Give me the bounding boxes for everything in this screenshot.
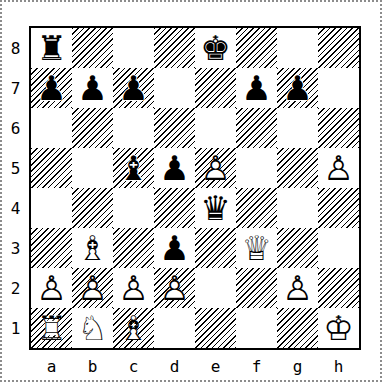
square-e2[interactable] [195,268,236,308]
square-c8[interactable] [113,28,154,68]
piece-outline: ♙ [277,268,318,308]
file-label-b: b [72,352,113,380]
piece-glyph: ♚ [195,28,236,68]
piece-white-bishop-b3: ♝♗ [72,228,113,268]
piece-outline: ♙ [72,268,113,308]
chess-diagram: 87654321 ♜♚♟♟♟♟♟♝♟♟♙♟♙♛♝♗♟♛♕♟♙♟♙♟♙♟♙♟♙♜♖… [0,0,382,382]
square-b3[interactable]: ♝♗ [72,228,113,268]
square-c6[interactable] [113,108,154,148]
file-label-e: e [195,352,236,380]
square-f8[interactable] [236,28,277,68]
piece-black-king-e8: ♚ [195,28,236,68]
piece-black-pawn-a7: ♟ [31,68,72,108]
square-e3[interactable] [195,228,236,268]
piece-outline: ♖ [31,308,72,348]
square-h5[interactable]: ♟♙ [318,148,359,188]
piece-white-pawn-h5: ♟♙ [318,148,359,188]
piece-glyph: ♟ [154,148,195,188]
piece-white-pawn-b2: ♟♙ [72,268,113,308]
square-b2[interactable]: ♟♙ [72,268,113,308]
square-e4[interactable]: ♛ [195,188,236,228]
square-d7[interactable] [154,68,195,108]
piece-white-queen-f3: ♛♕ [236,228,277,268]
square-b4[interactable] [72,188,113,228]
square-h3[interactable] [318,228,359,268]
square-h8[interactable] [318,28,359,68]
chess-board: ♜♚♟♟♟♟♟♝♟♟♙♟♙♛♝♗♟♛♕♟♙♟♙♟♙♟♙♟♙♜♖♞♘♝♗♚♔ [29,26,361,350]
piece-outline: ♙ [154,268,195,308]
file-label-c: c [113,352,154,380]
square-a7[interactable]: ♟ [31,68,72,108]
square-e5[interactable]: ♟♙ [195,148,236,188]
square-d4[interactable] [154,188,195,228]
piece-white-pawn-g2: ♟♙ [277,268,318,308]
file-label-a: a [31,352,72,380]
square-h4[interactable] [318,188,359,228]
file-label-f: f [236,352,277,380]
square-d6[interactable] [154,108,195,148]
square-f6[interactable] [236,108,277,148]
square-g5[interactable] [277,148,318,188]
square-c4[interactable] [113,188,154,228]
square-f3[interactable]: ♛♕ [236,228,277,268]
rank-label-1: 1 [2,308,29,348]
square-f2[interactable] [236,268,277,308]
square-e6[interactable] [195,108,236,148]
piece-black-bishop-c5: ♝ [113,148,154,188]
square-a2[interactable]: ♟♙ [31,268,72,308]
square-a5[interactable] [31,148,72,188]
square-a8[interactable]: ♜ [31,28,72,68]
square-f7[interactable]: ♟ [236,68,277,108]
piece-outline: ♕ [236,228,277,268]
piece-white-knight-b1: ♞♘ [72,308,113,348]
piece-white-pawn-e5: ♟♙ [195,148,236,188]
square-f1[interactable] [236,308,277,348]
piece-outline: ♗ [72,228,113,268]
square-c1[interactable]: ♝♗ [113,308,154,348]
square-h1[interactable]: ♚♔ [318,308,359,348]
square-a4[interactable] [31,188,72,228]
piece-black-pawn-g7: ♟ [277,68,318,108]
piece-glyph: ♟ [31,68,72,108]
piece-glyph: ♟ [277,68,318,108]
rank-label-5: 5 [2,148,29,188]
square-d5[interactable]: ♟ [154,148,195,188]
rank-labels: 87654321 [2,28,29,348]
square-f4[interactable] [236,188,277,228]
piece-glyph: ♛ [195,188,236,228]
rank-label-3: 3 [2,228,29,268]
piece-black-pawn-f7: ♟ [236,68,277,108]
piece-glyph: ♟ [72,68,113,108]
piece-glyph: ♜ [31,28,72,68]
piece-glyph: ♝ [113,148,154,188]
square-g2[interactable]: ♟♙ [277,268,318,308]
square-a6[interactable] [31,108,72,148]
piece-white-pawn-d2: ♟♙ [154,268,195,308]
file-labels: abcdefgh [31,352,359,380]
square-b8[interactable] [72,28,113,68]
piece-white-king-h1: ♚♔ [318,308,359,348]
square-g1[interactable] [277,308,318,348]
piece-glyph: ♟ [236,68,277,108]
piece-glyph: ♟ [154,228,195,268]
piece-outline: ♔ [318,308,359,348]
file-label-h: h [318,352,359,380]
piece-white-pawn-a2: ♟♙ [31,268,72,308]
square-a1[interactable]: ♜♖ [31,308,72,348]
square-e8[interactable]: ♚ [195,28,236,68]
square-e7[interactable] [195,68,236,108]
piece-white-bishop-c1: ♝♗ [113,308,154,348]
square-f5[interactable] [236,148,277,188]
piece-outline: ♙ [318,148,359,188]
square-g3[interactable] [277,228,318,268]
square-h6[interactable] [318,108,359,148]
square-g6[interactable] [277,108,318,148]
piece-black-rook-a8: ♜ [31,28,72,68]
piece-glyph: ♟ [113,68,154,108]
square-c3[interactable] [113,228,154,268]
file-label-d: d [154,352,195,380]
piece-outline: ♙ [195,148,236,188]
piece-black-queen-e4: ♛ [195,188,236,228]
rank-label-2: 2 [2,268,29,308]
piece-white-pawn-c2: ♟♙ [113,268,154,308]
rank-label-7: 7 [2,68,29,108]
square-d2[interactable]: ♟♙ [154,268,195,308]
rank-label-6: 6 [2,108,29,148]
square-g7[interactable]: ♟ [277,68,318,108]
square-e1[interactable] [195,308,236,348]
square-d3[interactable]: ♟ [154,228,195,268]
piece-outline: ♘ [72,308,113,348]
piece-outline: ♙ [113,268,154,308]
square-g8[interactable] [277,28,318,68]
square-h2[interactable] [318,268,359,308]
square-g4[interactable] [277,188,318,228]
square-b5[interactable] [72,148,113,188]
piece-outline: ♗ [113,308,154,348]
piece-black-pawn-d5: ♟ [154,148,195,188]
piece-white-rook-a1: ♜♖ [31,308,72,348]
square-b6[interactable] [72,108,113,148]
file-label-g: g [277,352,318,380]
square-b1[interactable]: ♞♘ [72,308,113,348]
rank-label-4: 4 [2,188,29,228]
piece-black-pawn-b7: ♟ [72,68,113,108]
square-c2[interactable]: ♟♙ [113,268,154,308]
piece-outline: ♙ [31,268,72,308]
square-b7[interactable]: ♟ [72,68,113,108]
rank-label-8: 8 [2,28,29,68]
piece-black-pawn-d3: ♟ [154,228,195,268]
square-d1[interactable] [154,308,195,348]
square-a3[interactable] [31,228,72,268]
piece-black-pawn-c7: ♟ [113,68,154,108]
square-h7[interactable] [318,68,359,108]
square-d8[interactable] [154,28,195,68]
square-c5[interactable]: ♝ [113,148,154,188]
square-c7[interactable]: ♟ [113,68,154,108]
